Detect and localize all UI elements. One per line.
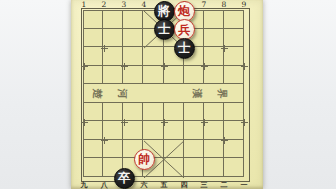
file-label-top: 4 bbox=[134, 0, 154, 9]
file-label-top: 9 bbox=[234, 0, 254, 9]
board-cell bbox=[83, 29, 103, 48]
black-piece-士: 士 bbox=[174, 38, 195, 59]
board-cell bbox=[164, 84, 184, 103]
board-cell bbox=[83, 10, 103, 29]
board-cell bbox=[164, 140, 184, 159]
file-label-bottom: 五 bbox=[154, 180, 174, 189]
board-cell bbox=[224, 29, 244, 48]
file-label-top: 7 bbox=[194, 0, 214, 9]
board-cell bbox=[123, 121, 143, 140]
board-cell bbox=[164, 103, 184, 122]
river-character: 河 bbox=[116, 87, 129, 100]
board-cell bbox=[143, 47, 163, 66]
piece-glyph: 炮 bbox=[178, 5, 190, 17]
board-cell bbox=[83, 103, 103, 122]
video-frame: 123456789 九八七六五四三二一 楚河漢界 將炮士兵士帥卒 bbox=[0, 0, 336, 189]
piece-glyph: 兵 bbox=[178, 24, 190, 36]
board-cell bbox=[164, 158, 184, 177]
piece-glyph: 將 bbox=[158, 5, 171, 17]
red-piece-帥: 帥 bbox=[134, 149, 155, 170]
board-cell bbox=[164, 121, 184, 140]
board-cell bbox=[224, 47, 244, 66]
board-cell bbox=[103, 29, 123, 48]
board-cell bbox=[224, 140, 244, 159]
file-label-bottom: 四 bbox=[174, 180, 194, 189]
board-cell bbox=[123, 10, 143, 29]
file-label-bottom: 八 bbox=[94, 180, 114, 189]
file-label-bottom: 六 bbox=[134, 180, 154, 189]
red-piece-兵: 兵 bbox=[174, 19, 195, 40]
board-cell bbox=[103, 121, 123, 140]
river-character: 漢 bbox=[191, 87, 204, 100]
board-cell bbox=[204, 47, 224, 66]
board-cell bbox=[83, 121, 103, 140]
black-piece-卒: 卒 bbox=[114, 168, 135, 189]
file-label-top: 1 bbox=[74, 0, 94, 9]
file-label-top: 2 bbox=[94, 0, 114, 9]
board-cell bbox=[143, 103, 163, 122]
board-cell bbox=[83, 47, 103, 66]
board-cell bbox=[123, 103, 143, 122]
board-cell bbox=[204, 158, 224, 177]
board-cell bbox=[184, 103, 204, 122]
black-piece-士: 士 bbox=[154, 19, 175, 40]
board-cell bbox=[123, 29, 143, 48]
board-cell bbox=[103, 140, 123, 159]
board-cell bbox=[204, 10, 224, 29]
board-cell bbox=[204, 121, 224, 140]
board-cell bbox=[204, 66, 224, 85]
board-cell bbox=[83, 66, 103, 85]
file-label-bottom: 二 bbox=[214, 180, 234, 189]
file-label-top: 8 bbox=[214, 0, 234, 9]
board-cell bbox=[224, 158, 244, 177]
board-cell bbox=[143, 84, 163, 103]
board-cell bbox=[204, 140, 224, 159]
board-cell bbox=[204, 103, 224, 122]
file-label-bottom: 九 bbox=[74, 180, 94, 189]
board-cell bbox=[224, 103, 244, 122]
xiangqi-board: 123456789 九八七六五四三二一 楚河漢界 將炮士兵士帥卒 bbox=[71, 0, 263, 189]
piece-glyph: 士 bbox=[158, 24, 171, 37]
board-cell bbox=[224, 66, 244, 85]
board-cell bbox=[83, 140, 103, 159]
board-cell bbox=[184, 121, 204, 140]
board-cell bbox=[143, 121, 163, 140]
board-cell bbox=[123, 66, 143, 85]
piece-glyph: 帥 bbox=[138, 154, 150, 166]
board-cell bbox=[224, 121, 244, 140]
board-cell bbox=[184, 158, 204, 177]
board-cell bbox=[224, 10, 244, 29]
board-cell bbox=[103, 10, 123, 29]
board-cell bbox=[204, 29, 224, 48]
file-label-top: 3 bbox=[114, 0, 134, 9]
board-cell bbox=[103, 103, 123, 122]
board-cell bbox=[143, 66, 163, 85]
board-cell bbox=[103, 47, 123, 66]
board-cell bbox=[103, 66, 123, 85]
board-cell bbox=[123, 47, 143, 66]
river-character: 楚 bbox=[91, 87, 104, 100]
piece-glyph: 卒 bbox=[118, 172, 131, 185]
file-label-bottom: 一 bbox=[234, 180, 254, 189]
file-label-bottom: 三 bbox=[194, 180, 214, 189]
board-cell bbox=[164, 66, 184, 85]
board-cell bbox=[184, 140, 204, 159]
piece-glyph: 士 bbox=[178, 42, 191, 55]
river-character: 界 bbox=[216, 87, 229, 100]
board-cell bbox=[83, 158, 103, 177]
board-cell bbox=[184, 66, 204, 85]
